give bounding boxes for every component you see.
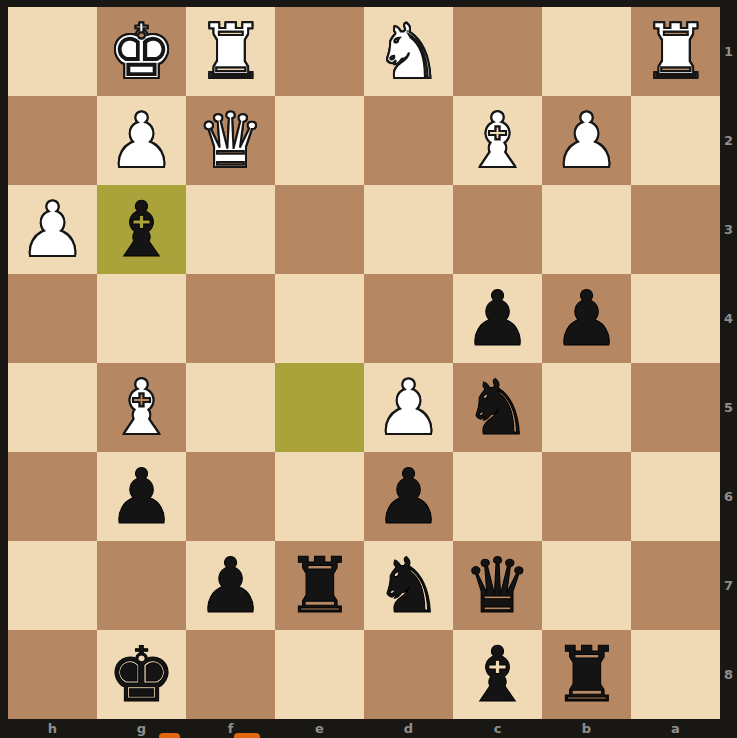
square-d2[interactable] (364, 96, 453, 185)
piece-white-bishop[interactable]: ♝ (453, 96, 542, 185)
square-c5[interactable]: ♞ (453, 363, 542, 452)
square-f1[interactable]: ♜ (186, 7, 275, 96)
file-label-f: f (186, 719, 275, 738)
orange-indicator (234, 733, 260, 738)
square-c8[interactable]: ♝ (453, 630, 542, 719)
square-f3[interactable] (186, 185, 275, 274)
piece-white-rook[interactable]: ♜ (186, 7, 275, 96)
square-a1[interactable]: ♜ (631, 7, 720, 96)
square-b3[interactable] (542, 185, 631, 274)
piece-black-rook[interactable]: ♜ (542, 630, 631, 719)
square-f6[interactable] (186, 452, 275, 541)
rank-label-4: 4 (720, 274, 737, 363)
rank-label-7: 7 (720, 541, 737, 630)
file-label-d: d (364, 719, 453, 738)
square-e7[interactable]: ♜ (275, 541, 364, 630)
square-a4[interactable] (631, 274, 720, 363)
square-a3[interactable] (631, 185, 720, 274)
square-h8[interactable] (8, 630, 97, 719)
piece-white-king[interactable]: ♚ (97, 7, 186, 96)
square-g6[interactable]: ♟ (97, 452, 186, 541)
piece-white-queen[interactable]: ♛ (186, 96, 275, 185)
square-f5[interactable] (186, 363, 275, 452)
square-e6[interactable] (275, 452, 364, 541)
piece-black-bishop[interactable]: ♝ (97, 185, 186, 274)
piece-black-knight[interactable]: ♞ (364, 541, 453, 630)
square-b6[interactable] (542, 452, 631, 541)
square-g4[interactable] (97, 274, 186, 363)
square-e8[interactable] (275, 630, 364, 719)
square-d3[interactable] (364, 185, 453, 274)
square-a2[interactable] (631, 96, 720, 185)
piece-black-pawn[interactable]: ♟ (186, 541, 275, 630)
square-h4[interactable] (8, 274, 97, 363)
square-a5[interactable] (631, 363, 720, 452)
piece-white-rook[interactable]: ♜ (631, 7, 720, 96)
piece-black-queen[interactable]: ♛ (453, 541, 542, 630)
square-f2[interactable]: ♛ (186, 96, 275, 185)
orange-indicator (159, 733, 180, 738)
square-g3[interactable]: ♝ (97, 185, 186, 274)
piece-black-pawn[interactable]: ♟ (542, 274, 631, 363)
piece-black-rook[interactable]: ♜ (275, 541, 364, 630)
square-g2[interactable]: ♟ (97, 96, 186, 185)
rank-label-2: 2 (720, 96, 737, 185)
square-e5[interactable] (275, 363, 364, 452)
square-g1[interactable]: ♚ (97, 7, 186, 96)
square-d5[interactable]: ♟ (364, 363, 453, 452)
file-label-a: a (631, 719, 720, 738)
square-c7[interactable]: ♛ (453, 541, 542, 630)
square-e3[interactable] (275, 185, 364, 274)
square-d4[interactable] (364, 274, 453, 363)
square-d6[interactable]: ♟ (364, 452, 453, 541)
piece-white-knight[interactable]: ♞ (364, 7, 453, 96)
square-g7[interactable] (97, 541, 186, 630)
square-e2[interactable] (275, 96, 364, 185)
square-f7[interactable]: ♟ (186, 541, 275, 630)
square-d8[interactable] (364, 630, 453, 719)
square-e4[interactable] (275, 274, 364, 363)
piece-black-king[interactable]: ♚ (97, 630, 186, 719)
square-b2[interactable]: ♟ (542, 96, 631, 185)
square-h7[interactable] (8, 541, 97, 630)
piece-black-pawn[interactable]: ♟ (453, 274, 542, 363)
file-label-b: b (542, 719, 631, 738)
piece-white-bishop[interactable]: ♝ (97, 363, 186, 452)
square-e1[interactable] (275, 7, 364, 96)
square-h3[interactable]: ♟ (8, 185, 97, 274)
square-h1[interactable] (8, 7, 97, 96)
piece-black-pawn[interactable]: ♟ (364, 452, 453, 541)
square-c4[interactable]: ♟ (453, 274, 542, 363)
square-b8[interactable]: ♜ (542, 630, 631, 719)
rank-label-1: 1 (720, 7, 737, 96)
square-a7[interactable] (631, 541, 720, 630)
square-b4[interactable]: ♟ (542, 274, 631, 363)
piece-black-bishop[interactable]: ♝ (453, 630, 542, 719)
square-a8[interactable] (631, 630, 720, 719)
piece-black-pawn[interactable]: ♟ (97, 452, 186, 541)
square-b1[interactable] (542, 7, 631, 96)
square-g8[interactable]: ♚ (97, 630, 186, 719)
rank-label-3: 3 (720, 185, 737, 274)
square-c2[interactable]: ♝ (453, 96, 542, 185)
file-label-e: e (275, 719, 364, 738)
piece-white-pawn[interactable]: ♟ (364, 363, 453, 452)
square-a6[interactable] (631, 452, 720, 541)
chess-board: ♚♜♞♜♟♛♝♟♟♝♟♟♝♟♞♟♟♟♜♞♛♚♝♜ (8, 7, 720, 719)
square-c1[interactable] (453, 7, 542, 96)
file-label-c: c (453, 719, 542, 738)
square-b5[interactable] (542, 363, 631, 452)
square-f8[interactable] (186, 630, 275, 719)
square-b7[interactable] (542, 541, 631, 630)
piece-white-pawn[interactable]: ♟ (8, 185, 97, 274)
square-d1[interactable]: ♞ (364, 7, 453, 96)
square-d7[interactable]: ♞ (364, 541, 453, 630)
rank-label-8: 8 (720, 630, 737, 719)
square-h5[interactable] (8, 363, 97, 452)
square-c6[interactable] (453, 452, 542, 541)
piece-black-knight[interactable]: ♞ (453, 363, 542, 452)
square-g5[interactable]: ♝ (97, 363, 186, 452)
chess-app-window: ♚♜♞♜♟♛♝♟♟♝♟♟♝♟♞♟♟♟♜♞♛♚♝♜ 12345678 hgfedc… (0, 0, 737, 738)
square-h6[interactable] (8, 452, 97, 541)
file-label-h: h (8, 719, 97, 738)
square-f4[interactable] (186, 274, 275, 363)
rank-label-5: 5 (720, 363, 737, 452)
square-c3[interactable] (453, 185, 542, 274)
piece-white-pawn[interactable]: ♟ (97, 96, 186, 185)
rank-label-6: 6 (720, 452, 737, 541)
piece-white-pawn[interactable]: ♟ (542, 96, 631, 185)
square-h2[interactable] (8, 96, 97, 185)
